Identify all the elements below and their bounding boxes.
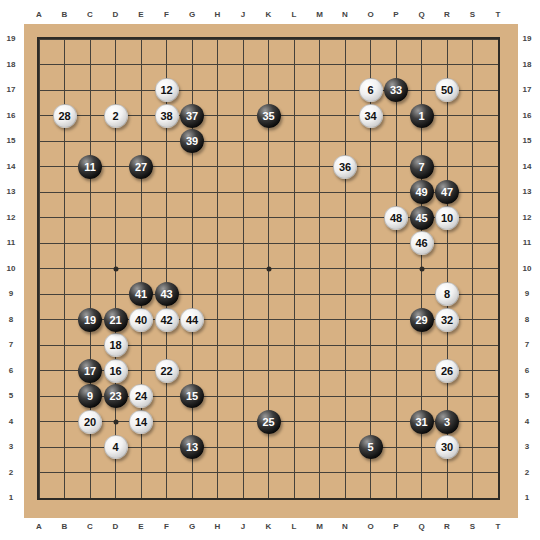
stone-white-28[interactable]: 28: [53, 104, 77, 128]
stone-white-30[interactable]: 30: [435, 435, 459, 459]
column-label-top: H: [215, 11, 221, 19]
stone-black-47[interactable]: 47: [435, 180, 459, 204]
stone-white-48[interactable]: 48: [384, 206, 408, 230]
row-label-left: 13: [7, 188, 16, 196]
star-point: [113, 266, 118, 271]
column-label-bottom: N: [342, 523, 348, 531]
stone-black-41[interactable]: 41: [129, 282, 153, 306]
stone-black-27[interactable]: 27: [129, 155, 153, 179]
column-label-bottom: O: [367, 523, 373, 531]
stone-white-8[interactable]: 8: [435, 282, 459, 306]
row-label-right: 7: [525, 341, 529, 349]
column-label-bottom: D: [113, 523, 119, 531]
column-label-bottom: Q: [418, 523, 424, 531]
column-label-top: K: [266, 11, 272, 19]
column-label-bottom: L: [292, 523, 297, 531]
column-label-top: M: [316, 11, 323, 19]
column-label-top: P: [393, 11, 398, 19]
stone-black-29[interactable]: 29: [410, 308, 434, 332]
stone-white-10[interactable]: 10: [435, 206, 459, 230]
row-label-left: 11: [7, 239, 15, 247]
stone-white-12[interactable]: 12: [155, 78, 179, 102]
stone-white-38[interactable]: 38: [155, 104, 179, 128]
stone-black-5[interactable]: 5: [359, 435, 383, 459]
column-label-top: C: [87, 11, 93, 19]
stone-white-2[interactable]: 2: [104, 104, 128, 128]
column-label-top: J: [241, 11, 245, 19]
row-label-right: 17: [523, 86, 532, 94]
stone-black-21[interactable]: 21: [104, 308, 128, 332]
star-point: [266, 266, 271, 271]
row-label-left: 14: [7, 163, 16, 171]
row-label-right: 5: [525, 392, 529, 400]
stone-black-9[interactable]: 9: [78, 384, 102, 408]
stone-black-1[interactable]: 1: [410, 104, 434, 128]
row-label-left: 5: [9, 392, 13, 400]
stone-black-19[interactable]: 19: [78, 308, 102, 332]
row-label-right: 8: [525, 316, 529, 324]
stone-black-13[interactable]: 13: [180, 435, 204, 459]
row-label-right: 2: [525, 469, 529, 477]
row-label-right: 15: [523, 137, 532, 145]
row-label-right: 3: [525, 443, 529, 451]
row-label-left: 8: [9, 316, 13, 324]
go-diagram: AABBCCDDEEFFGGHHJJKKLLMMNNOOPPQQRRSSTT19…: [0, 0, 540, 540]
column-label-bottom: H: [215, 523, 221, 531]
column-label-top: E: [138, 11, 143, 19]
column-label-bottom: A: [36, 523, 42, 531]
column-label-bottom: C: [87, 523, 93, 531]
star-point: [419, 266, 424, 271]
column-label-top: G: [189, 11, 195, 19]
stone-black-33[interactable]: 33: [384, 78, 408, 102]
row-label-right: 14: [523, 163, 532, 171]
column-label-bottom: E: [138, 523, 143, 531]
row-label-left: 4: [9, 418, 13, 426]
column-label-top: Q: [418, 11, 424, 19]
row-label-right: 19: [523, 35, 532, 43]
row-label-right: 11: [523, 239, 531, 247]
row-label-left: 18: [7, 61, 16, 69]
row-label-right: 18: [523, 61, 532, 69]
column-label-top: B: [62, 11, 68, 19]
column-label-top: D: [113, 11, 119, 19]
column-label-bottom: K: [266, 523, 272, 531]
row-label-left: 15: [7, 137, 16, 145]
row-label-right: 9: [525, 290, 529, 298]
stone-white-40[interactable]: 40: [129, 308, 153, 332]
column-label-top: O: [367, 11, 373, 19]
stone-white-16[interactable]: 16: [104, 359, 128, 383]
stone-white-6[interactable]: 6: [359, 78, 383, 102]
column-label-bottom: F: [164, 523, 169, 531]
stone-white-46[interactable]: 46: [410, 231, 434, 255]
stone-black-31[interactable]: 31: [410, 410, 434, 434]
stone-black-37[interactable]: 37: [180, 104, 204, 128]
stone-white-32[interactable]: 32: [435, 308, 459, 332]
row-label-left: 19: [7, 35, 16, 43]
stone-white-42[interactable]: 42: [155, 308, 179, 332]
stone-white-20[interactable]: 20: [78, 410, 102, 434]
row-label-left: 17: [7, 86, 16, 94]
stone-white-34[interactable]: 34: [359, 104, 383, 128]
column-label-top: R: [444, 11, 450, 19]
column-label-top: F: [164, 11, 169, 19]
row-label-left: 10: [7, 265, 16, 273]
stone-black-11[interactable]: 11: [78, 155, 102, 179]
stone-black-17[interactable]: 17: [78, 359, 102, 383]
stone-white-14[interactable]: 14: [129, 410, 153, 434]
row-label-left: 9: [9, 290, 13, 298]
column-label-bottom: P: [393, 523, 398, 531]
star-point: [113, 419, 118, 424]
column-label-bottom: T: [496, 523, 501, 531]
column-label-top: T: [496, 11, 501, 19]
column-label-top: A: [36, 11, 42, 19]
row-label-left: 3: [9, 443, 13, 451]
row-label-left: 7: [9, 341, 13, 349]
column-label-bottom: S: [470, 523, 475, 531]
stone-black-25[interactable]: 25: [257, 410, 281, 434]
row-label-right: 10: [523, 265, 532, 273]
stone-white-50[interactable]: 50: [435, 78, 459, 102]
column-label-bottom: B: [62, 523, 68, 531]
stone-black-35[interactable]: 35: [257, 104, 281, 128]
row-label-left: 16: [7, 112, 16, 120]
stone-black-15[interactable]: 15: [180, 384, 204, 408]
row-label-right: 13: [523, 188, 532, 196]
column-label-top: N: [342, 11, 348, 19]
stone-white-18[interactable]: 18: [104, 333, 128, 357]
row-label-left: 12: [7, 214, 16, 222]
row-label-right: 4: [525, 418, 529, 426]
column-label-bottom: M: [316, 523, 323, 531]
stone-black-39[interactable]: 39: [180, 129, 204, 153]
stone-black-7[interactable]: 7: [410, 155, 434, 179]
stone-white-44[interactable]: 44: [180, 308, 204, 332]
row-label-right: 16: [523, 112, 532, 120]
stone-white-4[interactable]: 4: [104, 435, 128, 459]
column-label-bottom: R: [444, 523, 450, 531]
row-label-left: 2: [9, 469, 13, 477]
stone-white-24[interactable]: 24: [129, 384, 153, 408]
stone-black-43[interactable]: 43: [155, 282, 179, 306]
stone-white-36[interactable]: 36: [333, 155, 357, 179]
stone-white-26[interactable]: 26: [435, 359, 459, 383]
stone-black-49[interactable]: 49: [410, 180, 434, 204]
row-label-right: 6: [525, 367, 529, 375]
column-label-top: S: [470, 11, 475, 19]
stone-white-22[interactable]: 22: [155, 359, 179, 383]
column-label-top: L: [292, 11, 297, 19]
row-label-left: 1: [9, 494, 13, 502]
row-label-left: 6: [9, 367, 13, 375]
stone-black-45[interactable]: 45: [410, 206, 434, 230]
row-label-right: 12: [523, 214, 532, 222]
stone-black-3[interactable]: 3: [435, 410, 459, 434]
column-label-bottom: J: [241, 523, 245, 531]
column-label-bottom: G: [189, 523, 195, 531]
row-label-right: 1: [525, 494, 529, 502]
stone-black-23[interactable]: 23: [104, 384, 128, 408]
